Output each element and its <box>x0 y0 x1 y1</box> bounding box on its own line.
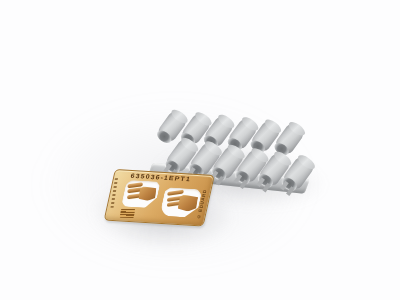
cylinder-opening <box>280 175 299 192</box>
photo-etch-fret: 635036-1EPT1 © EDUARD <box>104 169 215 227</box>
product-photo: 635036-1EPT1 © EDUARD <box>0 0 400 300</box>
pe-part-striped <box>120 209 136 218</box>
cylinder-opening <box>256 171 275 188</box>
cylinder-opening <box>233 168 252 185</box>
